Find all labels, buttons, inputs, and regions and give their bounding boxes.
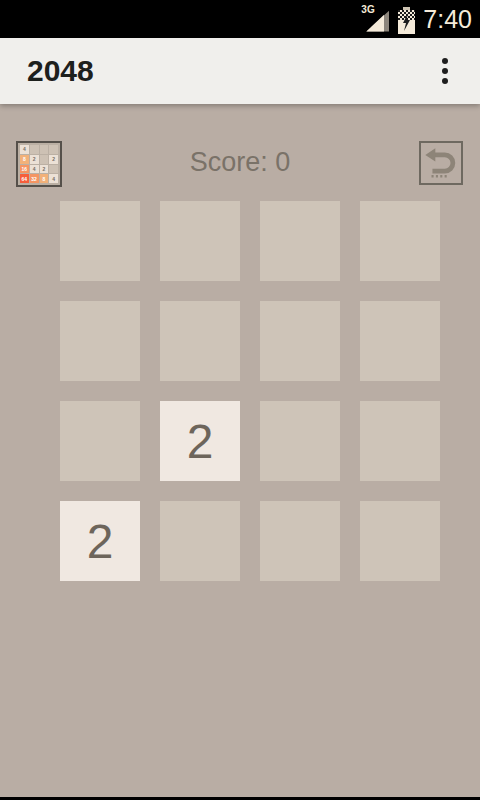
lightning-bolt-icon (398, 10, 415, 34)
empty-cell (160, 301, 240, 381)
empty-cell (260, 501, 340, 581)
empty-cell (260, 401, 340, 481)
status-bar: 3G 7:40 (0, 0, 480, 38)
board-grid[interactable]: 22 (60, 201, 440, 581)
phone-screen: 3G 7:40 2048 48221642643284 Score: 0 (0, 0, 480, 800)
signal-triangle-fill (366, 15, 384, 32)
empty-cell (260, 201, 340, 281)
empty-cell (60, 401, 140, 481)
empty-cell (360, 501, 440, 581)
undo-button[interactable] (419, 141, 463, 185)
empty-cell (160, 501, 240, 581)
empty-cell (60, 201, 140, 281)
empty-cell (160, 201, 240, 281)
empty-cell (60, 301, 140, 381)
kebab-menu-icon[interactable] (438, 52, 452, 90)
empty-cell (360, 401, 440, 481)
tile-2: 2 (160, 401, 240, 481)
undo-arrow-icon (422, 144, 460, 182)
empty-cell (260, 301, 340, 381)
network-type-label: 3G (361, 4, 374, 15)
app-title: 2048 (27, 54, 94, 88)
empty-cell (360, 201, 440, 281)
score-label: Score: 0 (0, 138, 480, 186)
clock: 7:40 (423, 5, 472, 34)
signal-strength-icon: 3G (364, 8, 390, 34)
app-bar: 2048 (0, 38, 480, 104)
battery-charging-icon (398, 7, 415, 34)
empty-cell (360, 301, 440, 381)
tile-2: 2 (60, 501, 140, 581)
